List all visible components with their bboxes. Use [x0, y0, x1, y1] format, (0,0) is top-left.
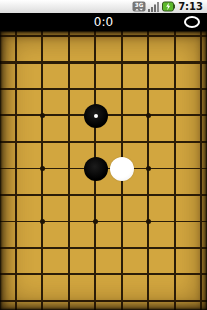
- hoshi-star-point: [146, 166, 151, 171]
- go-board[interactable]: [0, 31, 207, 310]
- signal-strength-icon: [148, 1, 160, 12]
- hoshi-star-point: [40, 219, 45, 224]
- hoshi-star-point: [146, 219, 151, 224]
- hoshi-star-point: [93, 219, 98, 224]
- android-status-bar: 3G 7:13: [0, 0, 207, 13]
- network-3g-icon: 3G: [132, 1, 146, 12]
- black-stone: [84, 157, 108, 181]
- clock-time: 7:13: [177, 0, 205, 13]
- capture-count: 0:0: [94, 13, 113, 31]
- game-header-bar: 0:0: [0, 13, 207, 31]
- white-to-move-stone-icon: [184, 16, 200, 28]
- battery-charging-icon: [162, 1, 175, 12]
- white-stone: [110, 157, 134, 181]
- last-move-marker-icon: [94, 114, 98, 118]
- svg-text:3G: 3G: [135, 2, 144, 8]
- black-stone: [84, 104, 108, 128]
- hoshi-star-point: [40, 113, 45, 118]
- hoshi-star-point: [40, 166, 45, 171]
- hoshi-star-point: [146, 113, 151, 118]
- phone-screen: 3G 7:13 0:0: [0, 0, 207, 310]
